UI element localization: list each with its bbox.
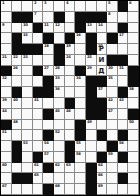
white-cell[interactable]: 33 bbox=[54, 76, 65, 87]
white-cell[interactable] bbox=[107, 184, 118, 195]
white-cell[interactable] bbox=[43, 12, 54, 23]
black-cell bbox=[12, 12, 23, 23]
black-cell bbox=[65, 33, 76, 44]
white-cell[interactable]: 52 bbox=[54, 130, 65, 141]
white-cell[interactable]: 4 bbox=[65, 1, 76, 12]
clue-number: 26 bbox=[13, 66, 18, 70]
white-cell[interactable] bbox=[86, 130, 97, 141]
white-cell[interactable] bbox=[12, 23, 23, 34]
white-cell[interactable] bbox=[22, 184, 33, 195]
clue-number: 60 bbox=[2, 163, 7, 167]
white-cell[interactable] bbox=[22, 76, 33, 87]
white-cell[interactable]: 37 bbox=[97, 87, 108, 98]
white-cell[interactable]: 35 bbox=[107, 76, 118, 87]
white-cell[interactable]: 3 bbox=[43, 1, 54, 12]
clue-number: 21 bbox=[2, 55, 7, 59]
black-cell bbox=[12, 141, 23, 152]
black-cell bbox=[107, 141, 118, 152]
white-cell[interactable] bbox=[12, 109, 23, 120]
clue-number: 57 bbox=[44, 152, 49, 156]
white-cell[interactable]: 69 bbox=[97, 184, 108, 195]
white-cell[interactable] bbox=[97, 120, 108, 131]
white-cell[interactable] bbox=[12, 76, 23, 87]
white-cell[interactable] bbox=[128, 152, 139, 163]
white-cell[interactable]: 8 bbox=[107, 12, 118, 23]
white-cell[interactable]: 58 bbox=[75, 152, 86, 163]
black-cell bbox=[86, 12, 97, 23]
clue-number: 4 bbox=[66, 1, 68, 5]
black-cell bbox=[97, 109, 108, 120]
white-cell[interactable] bbox=[65, 76, 76, 87]
clue-number: 9 bbox=[2, 23, 4, 27]
clue-number: 17 bbox=[119, 33, 124, 37]
white-cell[interactable] bbox=[22, 152, 33, 163]
black-cell bbox=[22, 173, 33, 184]
white-cell[interactable] bbox=[54, 141, 65, 152]
clue-number: 23 bbox=[23, 55, 28, 59]
white-cell[interactable]: 50 bbox=[128, 120, 139, 131]
clue-number: 16 bbox=[76, 33, 81, 37]
white-cell[interactable] bbox=[128, 141, 139, 152]
black-cell bbox=[97, 130, 108, 141]
white-cell[interactable] bbox=[1, 44, 12, 55]
clue-number: 32 bbox=[2, 76, 7, 80]
white-cell[interactable] bbox=[107, 87, 118, 98]
white-cell[interactable] bbox=[128, 44, 139, 55]
white-cell[interactable]: 10 bbox=[22, 23, 33, 34]
clue-number: 28 bbox=[55, 66, 60, 70]
clue-number: 62 bbox=[55, 163, 60, 167]
black-cell bbox=[86, 98, 97, 109]
clue-number: 40 bbox=[13, 98, 18, 102]
white-cell[interactable] bbox=[12, 163, 23, 174]
clue-number: 10 bbox=[23, 23, 28, 27]
white-cell[interactable]: 9 bbox=[1, 23, 12, 34]
white-cell[interactable]: 62 bbox=[54, 163, 65, 174]
white-cell[interactable] bbox=[65, 23, 76, 34]
clue-number: 59 bbox=[108, 152, 113, 156]
white-cell[interactable]: 14 bbox=[97, 23, 108, 34]
white-cell[interactable] bbox=[33, 109, 44, 120]
white-cell[interactable]: 7 bbox=[33, 12, 44, 23]
black-cell bbox=[54, 44, 65, 55]
white-cell[interactable] bbox=[22, 120, 33, 131]
black-cell bbox=[107, 55, 118, 66]
white-cell[interactable] bbox=[128, 23, 139, 34]
filled-letter: Д bbox=[98, 66, 104, 75]
white-cell[interactable] bbox=[43, 173, 54, 184]
white-cell[interactable]: Д bbox=[97, 66, 108, 77]
white-cell[interactable]: 29 bbox=[86, 66, 97, 77]
filled-letter: И bbox=[98, 55, 104, 64]
black-cell bbox=[33, 152, 44, 163]
clue-number: 33 bbox=[55, 76, 60, 80]
white-cell[interactable]: 24 bbox=[65, 55, 76, 66]
white-cell[interactable] bbox=[128, 55, 139, 66]
white-cell[interactable] bbox=[75, 109, 86, 120]
white-cell[interactable] bbox=[1, 12, 12, 23]
white-cell[interactable] bbox=[118, 163, 129, 174]
white-cell[interactable] bbox=[75, 55, 86, 66]
white-cell[interactable] bbox=[33, 33, 44, 44]
black-cell bbox=[86, 184, 97, 195]
white-cell[interactable] bbox=[75, 173, 86, 184]
clue-number: 2 bbox=[34, 1, 36, 5]
white-cell[interactable] bbox=[97, 33, 108, 44]
white-cell[interactable] bbox=[65, 87, 76, 98]
white-cell[interactable] bbox=[1, 152, 12, 163]
white-cell[interactable] bbox=[97, 141, 108, 152]
white-cell[interactable] bbox=[22, 87, 33, 98]
black-cell bbox=[54, 55, 65, 66]
white-cell[interactable] bbox=[118, 76, 129, 87]
white-cell[interactable] bbox=[43, 120, 54, 131]
clue-number: 25 bbox=[87, 55, 92, 59]
white-cell[interactable] bbox=[128, 33, 139, 44]
black-cell bbox=[118, 130, 129, 141]
black-cell bbox=[12, 44, 23, 55]
white-cell[interactable] bbox=[33, 120, 44, 131]
clue-number: 34 bbox=[76, 76, 81, 80]
black-cell bbox=[75, 130, 86, 141]
white-cell[interactable] bbox=[33, 130, 44, 141]
white-cell[interactable]: 56 bbox=[118, 141, 129, 152]
clue-number: 37 bbox=[98, 87, 103, 91]
white-cell[interactable]: 46 bbox=[65, 109, 76, 120]
black-cell bbox=[86, 109, 97, 120]
white-cell[interactable] bbox=[128, 184, 139, 195]
clue-number: 18 bbox=[44, 44, 49, 48]
white-cell[interactable]: 30 bbox=[107, 66, 118, 77]
black-cell bbox=[22, 12, 33, 23]
white-cell[interactable] bbox=[128, 163, 139, 174]
clue-number: 53 bbox=[23, 141, 28, 145]
white-cell[interactable]: 43 bbox=[118, 98, 129, 109]
white-cell[interactable] bbox=[118, 44, 129, 55]
black-cell bbox=[86, 173, 97, 184]
crossword-grid: 1234567891011121314151617181920Р21222324… bbox=[0, 0, 140, 196]
black-cell bbox=[97, 12, 108, 23]
white-cell[interactable]: 36 bbox=[54, 87, 65, 98]
white-cell[interactable] bbox=[86, 152, 97, 163]
clue-number: 8 bbox=[108, 12, 110, 16]
clue-number: 1 bbox=[2, 1, 4, 5]
white-cell[interactable] bbox=[86, 141, 97, 152]
white-cell[interactable]: 61 bbox=[33, 163, 44, 174]
black-cell bbox=[86, 44, 97, 55]
clue-number: 69 bbox=[98, 184, 103, 188]
white-cell[interactable] bbox=[128, 130, 139, 141]
clue-number: 31 bbox=[119, 66, 124, 70]
white-cell[interactable] bbox=[107, 23, 118, 34]
white-cell[interactable] bbox=[33, 55, 44, 66]
white-cell[interactable] bbox=[22, 1, 33, 12]
black-cell bbox=[86, 33, 97, 44]
clue-number: 58 bbox=[76, 152, 81, 156]
white-cell[interactable]: 11 bbox=[43, 23, 54, 34]
white-cell[interactable] bbox=[118, 184, 129, 195]
white-cell[interactable]: 23 bbox=[22, 55, 33, 66]
white-cell[interactable] bbox=[75, 98, 86, 109]
white-cell[interactable] bbox=[65, 66, 76, 77]
white-cell[interactable]: 57 bbox=[43, 152, 54, 163]
white-cell[interactable]: 64 bbox=[97, 163, 108, 174]
white-cell[interactable] bbox=[128, 98, 139, 109]
clue-number: 44 bbox=[2, 109, 7, 113]
white-cell[interactable] bbox=[1, 173, 12, 184]
clue-number: 49 bbox=[87, 120, 92, 124]
white-cell[interactable]: 65 bbox=[33, 173, 44, 184]
white-cell[interactable] bbox=[118, 12, 129, 23]
black-cell bbox=[128, 76, 139, 87]
white-cell[interactable] bbox=[118, 120, 129, 131]
clue-number: 36 bbox=[55, 87, 60, 91]
white-cell[interactable]: 54 bbox=[43, 141, 54, 152]
white-cell[interactable]: 15 bbox=[22, 33, 33, 44]
black-cell bbox=[118, 173, 129, 184]
clue-number: 55 bbox=[76, 141, 81, 145]
white-cell[interactable] bbox=[97, 1, 108, 12]
black-cell bbox=[12, 87, 23, 98]
white-cell[interactable] bbox=[65, 184, 76, 195]
clue-number: 48 bbox=[13, 120, 18, 124]
clue-number: 41 bbox=[34, 98, 39, 102]
clue-number: 29 bbox=[87, 66, 92, 70]
black-cell bbox=[86, 163, 97, 174]
white-cell[interactable] bbox=[128, 12, 139, 23]
white-cell[interactable]: 60 bbox=[1, 163, 12, 174]
white-cell[interactable] bbox=[43, 55, 54, 66]
black-cell bbox=[97, 98, 108, 109]
clue-number: 30 bbox=[108, 66, 113, 70]
white-cell[interactable] bbox=[65, 120, 76, 131]
black-cell bbox=[43, 130, 54, 141]
black-cell bbox=[43, 76, 54, 87]
white-cell[interactable]: 17 bbox=[118, 33, 129, 44]
white-cell[interactable]: 2 bbox=[33, 1, 44, 12]
white-cell[interactable]: 16 bbox=[75, 33, 86, 44]
white-cell[interactable]: 41 bbox=[33, 98, 44, 109]
white-cell[interactable] bbox=[54, 1, 65, 12]
white-cell[interactable] bbox=[107, 163, 118, 174]
white-cell[interactable]: 26 bbox=[12, 66, 23, 77]
white-cell[interactable] bbox=[75, 1, 86, 12]
clue-number: 61 bbox=[34, 163, 39, 167]
white-cell[interactable] bbox=[22, 98, 33, 109]
white-cell[interactable]: 66 bbox=[97, 173, 108, 184]
black-cell bbox=[118, 55, 129, 66]
clue-number: 19 bbox=[66, 44, 71, 48]
black-cell bbox=[33, 23, 44, 34]
white-cell[interactable]: 28 bbox=[54, 66, 65, 77]
clue-number: 11 bbox=[44, 23, 49, 27]
black-cell bbox=[75, 23, 86, 34]
white-cell[interactable] bbox=[107, 44, 118, 55]
white-cell[interactable]: 42 bbox=[107, 98, 118, 109]
white-cell[interactable]: 67 bbox=[1, 184, 12, 195]
white-cell[interactable] bbox=[86, 1, 97, 12]
clue-number: 51 bbox=[2, 130, 7, 134]
white-cell[interactable] bbox=[75, 87, 86, 98]
white-cell[interactable] bbox=[65, 12, 76, 23]
black-cell bbox=[43, 184, 54, 195]
clue-number: 64 bbox=[98, 163, 103, 167]
white-cell[interactable] bbox=[75, 184, 86, 195]
black-cell bbox=[118, 23, 129, 34]
clue-number: 43 bbox=[119, 98, 124, 102]
black-cell bbox=[54, 12, 65, 23]
white-cell[interactable] bbox=[12, 130, 23, 141]
black-cell bbox=[12, 152, 23, 163]
black-cell bbox=[65, 98, 76, 109]
black-cell bbox=[86, 87, 97, 98]
white-cell[interactable]: 48 bbox=[12, 120, 23, 131]
white-cell[interactable] bbox=[22, 163, 33, 174]
black-cell bbox=[65, 152, 76, 163]
clue-number: 67 bbox=[2, 184, 7, 188]
white-cell[interactable] bbox=[54, 120, 65, 131]
clue-number: 35 bbox=[108, 76, 113, 80]
white-cell[interactable] bbox=[54, 152, 65, 163]
clue-number: 66 bbox=[98, 173, 103, 177]
white-cell[interactable]: 27 bbox=[43, 66, 54, 77]
white-cell[interactable] bbox=[54, 98, 65, 109]
white-cell[interactable]: 44 bbox=[1, 109, 12, 120]
white-cell[interactable] bbox=[43, 98, 54, 109]
white-cell[interactable]: 45 bbox=[54, 109, 65, 120]
black-cell bbox=[107, 33, 118, 44]
white-cell[interactable] bbox=[75, 44, 86, 55]
white-cell[interactable] bbox=[33, 184, 44, 195]
clue-number: 39 bbox=[2, 98, 7, 102]
black-cell bbox=[33, 44, 44, 55]
black-cell bbox=[128, 109, 139, 120]
white-cell[interactable] bbox=[22, 66, 33, 77]
white-cell[interactable]: 22 bbox=[12, 55, 23, 66]
white-cell[interactable] bbox=[1, 87, 12, 98]
clue-number: 7 bbox=[34, 12, 36, 16]
white-cell[interactable]: 55 bbox=[75, 141, 86, 152]
black-cell bbox=[118, 152, 129, 163]
black-cell bbox=[33, 66, 44, 77]
white-cell[interactable]: 47 bbox=[107, 109, 118, 120]
white-cell[interactable]: 68 bbox=[54, 184, 65, 195]
clue-number: 24 bbox=[66, 55, 71, 59]
clue-number: 50 bbox=[129, 120, 134, 124]
clue-number: 38 bbox=[129, 87, 134, 91]
white-cell[interactable]: 13 bbox=[86, 23, 97, 34]
black-cell bbox=[33, 87, 44, 98]
clue-number: 63 bbox=[66, 163, 71, 167]
white-cell[interactable] bbox=[33, 76, 44, 87]
white-cell[interactable]: 49 bbox=[86, 120, 97, 131]
white-cell[interactable]: И bbox=[97, 55, 108, 66]
clue-number: 56 bbox=[119, 141, 124, 145]
white-cell[interactable]: 53 bbox=[22, 141, 33, 152]
clue-number: 47 bbox=[108, 109, 113, 113]
white-cell[interactable]: 32 bbox=[1, 76, 12, 87]
white-cell[interactable]: 34 bbox=[75, 76, 86, 87]
clue-number: 14 bbox=[98, 23, 103, 27]
white-cell[interactable]: 31 bbox=[118, 66, 129, 77]
black-cell bbox=[75, 120, 86, 131]
clue-number: 12 bbox=[55, 23, 60, 27]
clue-number: 5 bbox=[108, 1, 110, 5]
black-cell bbox=[118, 1, 129, 12]
black-cell bbox=[97, 152, 108, 163]
white-cell[interactable] bbox=[107, 120, 118, 131]
black-cell bbox=[43, 109, 54, 120]
black-cell bbox=[75, 12, 86, 23]
white-cell[interactable]: 12 bbox=[54, 23, 65, 34]
white-cell[interactable]: 19 bbox=[65, 44, 76, 55]
white-cell[interactable]: 18 bbox=[43, 44, 54, 55]
white-cell[interactable]: 63 bbox=[65, 163, 76, 174]
white-cell[interactable] bbox=[54, 173, 65, 184]
white-cell[interactable]: 51 bbox=[1, 130, 12, 141]
white-cell[interactable] bbox=[12, 1, 23, 12]
clue-number: 52 bbox=[55, 130, 60, 134]
clue-number: 68 bbox=[55, 184, 60, 188]
black-cell bbox=[1, 120, 12, 131]
black-cell bbox=[65, 141, 76, 152]
white-cell[interactable] bbox=[1, 141, 12, 152]
black-cell bbox=[86, 76, 97, 87]
clue-number: 15 bbox=[23, 33, 28, 37]
black-cell bbox=[12, 33, 23, 44]
black-cell bbox=[43, 163, 54, 174]
white-cell[interactable]: 38 bbox=[128, 87, 139, 98]
white-cell[interactable] bbox=[12, 184, 23, 195]
black-cell bbox=[128, 66, 139, 77]
white-cell[interactable]: 6 bbox=[128, 1, 139, 12]
black-cell bbox=[75, 66, 86, 77]
white-cell[interactable] bbox=[54, 33, 65, 44]
white-cell[interactable] bbox=[118, 109, 129, 120]
clue-number: 13 bbox=[87, 23, 92, 27]
black-cell bbox=[1, 66, 12, 77]
white-cell[interactable]: 5 bbox=[107, 1, 118, 12]
white-cell[interactable] bbox=[128, 173, 139, 184]
black-cell bbox=[22, 44, 33, 55]
white-cell[interactable]: 20Р bbox=[97, 44, 108, 55]
white-cell[interactable] bbox=[33, 141, 44, 152]
black-cell bbox=[43, 87, 54, 98]
white-cell[interactable] bbox=[22, 109, 33, 120]
clue-number: 6 bbox=[129, 1, 131, 5]
white-cell[interactable] bbox=[65, 173, 76, 184]
white-cell[interactable]: 25 bbox=[86, 55, 97, 66]
white-cell[interactable] bbox=[107, 173, 118, 184]
black-cell bbox=[97, 76, 108, 87]
clue-number: 27 bbox=[44, 66, 49, 70]
white-cell[interactable]: 21 bbox=[1, 55, 12, 66]
white-cell[interactable]: 39 bbox=[1, 98, 12, 109]
white-cell[interactable] bbox=[22, 130, 33, 141]
clue-number: 45 bbox=[55, 109, 60, 113]
clue-number: 65 bbox=[34, 173, 39, 177]
black-cell bbox=[12, 173, 23, 184]
white-cell[interactable]: 59 bbox=[107, 152, 118, 163]
white-cell[interactable] bbox=[107, 130, 118, 141]
white-cell[interactable]: 40 bbox=[12, 98, 23, 109]
white-cell[interactable] bbox=[1, 33, 12, 44]
white-cell[interactable] bbox=[65, 130, 76, 141]
clue-number: 46 bbox=[66, 109, 71, 113]
white-cell[interactable]: 1 bbox=[1, 1, 12, 12]
clue-number: 42 bbox=[108, 98, 113, 102]
white-cell[interactable] bbox=[75, 163, 86, 174]
